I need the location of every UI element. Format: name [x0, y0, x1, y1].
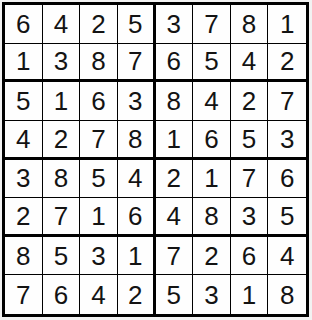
cell-r8c4[interactable]: 2	[118, 275, 156, 314]
cell-r1c2[interactable]: 4	[43, 5, 81, 44]
cell-r5c1[interactable]: 3	[5, 160, 43, 199]
cell-r7c5[interactable]: 7	[156, 237, 194, 276]
cell-r1c3[interactable]: 2	[80, 5, 118, 44]
cell-r5c8[interactable]: 6	[268, 160, 306, 199]
cell-r4c7[interactable]: 5	[231, 121, 269, 160]
cell-r6c3[interactable]: 1	[80, 198, 118, 237]
cell-r5c6[interactable]: 1	[193, 160, 231, 199]
cell-r4c2[interactable]: 2	[43, 121, 81, 160]
cell-r6c5[interactable]: 4	[156, 198, 194, 237]
cell-r6c6[interactable]: 8	[193, 198, 231, 237]
cell-r4c4[interactable]: 8	[118, 121, 156, 160]
cell-r2c5[interactable]: 6	[156, 44, 194, 83]
cell-r3c7[interactable]: 2	[231, 82, 269, 121]
cell-r4c8[interactable]: 3	[268, 121, 306, 160]
cell-r1c4[interactable]: 5	[118, 5, 156, 44]
cell-r2c2[interactable]: 3	[43, 44, 81, 83]
cell-r3c2[interactable]: 1	[43, 82, 81, 121]
cell-r1c7[interactable]: 8	[231, 5, 269, 44]
cell-r6c2[interactable]: 7	[43, 198, 81, 237]
sudoku-board-wrap: 6425378113876542516384274278165338542176…	[2, 2, 309, 317]
cell-r7c2[interactable]: 5	[43, 237, 81, 276]
cell-r2c6[interactable]: 5	[193, 44, 231, 83]
cell-r3c6[interactable]: 4	[193, 82, 231, 121]
cell-r2c1[interactable]: 1	[5, 44, 43, 83]
cell-r5c5[interactable]: 2	[156, 160, 194, 199]
cell-r2c7[interactable]: 4	[231, 44, 269, 83]
cell-r7c1[interactable]: 8	[5, 237, 43, 276]
cell-r5c3[interactable]: 5	[80, 160, 118, 199]
cell-r7c4[interactable]: 1	[118, 237, 156, 276]
cell-r7c3[interactable]: 3	[80, 237, 118, 276]
cell-r3c4[interactable]: 3	[118, 82, 156, 121]
cell-r6c4[interactable]: 6	[118, 198, 156, 237]
cell-r2c8[interactable]: 2	[268, 44, 306, 83]
cell-r7c7[interactable]: 6	[231, 237, 269, 276]
cell-r2c4[interactable]: 7	[118, 44, 156, 83]
cell-r7c8[interactable]: 4	[268, 237, 306, 276]
cell-r8c8[interactable]: 8	[268, 275, 306, 314]
cell-r3c1[interactable]: 5	[5, 82, 43, 121]
cell-r4c1[interactable]: 4	[5, 121, 43, 160]
cell-r3c8[interactable]: 7	[268, 82, 306, 121]
cell-r1c1[interactable]: 6	[5, 5, 43, 44]
cell-r1c6[interactable]: 7	[193, 5, 231, 44]
cell-r6c7[interactable]: 3	[231, 198, 269, 237]
cell-r3c3[interactable]: 6	[80, 82, 118, 121]
cell-r5c7[interactable]: 7	[231, 160, 269, 199]
cell-r8c2[interactable]: 6	[43, 275, 81, 314]
sudoku-board: 6425378113876542516384274278165338542176…	[2, 2, 309, 317]
cell-r6c8[interactable]: 5	[268, 198, 306, 237]
cell-r8c1[interactable]: 7	[5, 275, 43, 314]
cell-r2c3[interactable]: 8	[80, 44, 118, 83]
cell-r8c3[interactable]: 4	[80, 275, 118, 314]
cell-r5c4[interactable]: 4	[118, 160, 156, 199]
cell-r7c6[interactable]: 2	[193, 237, 231, 276]
cell-r8c5[interactable]: 5	[156, 275, 194, 314]
cell-r3c5[interactable]: 8	[156, 82, 194, 121]
cell-r4c6[interactable]: 6	[193, 121, 231, 160]
cell-r6c1[interactable]: 2	[5, 198, 43, 237]
cell-r4c5[interactable]: 1	[156, 121, 194, 160]
cell-r1c8[interactable]: 1	[268, 5, 306, 44]
cell-r5c2[interactable]: 8	[43, 160, 81, 199]
cell-r8c7[interactable]: 1	[231, 275, 269, 314]
cell-r1c5[interactable]: 3	[156, 5, 194, 44]
cell-r4c3[interactable]: 7	[80, 121, 118, 160]
cell-r8c6[interactable]: 3	[193, 275, 231, 314]
